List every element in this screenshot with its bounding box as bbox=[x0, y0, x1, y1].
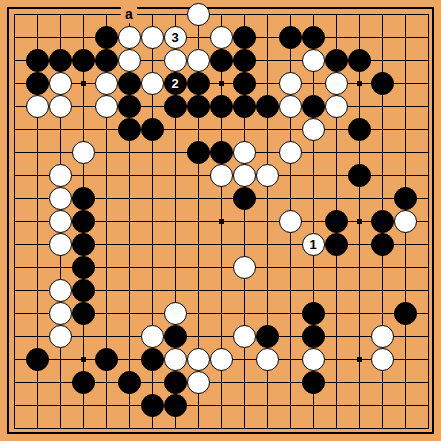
white-stone bbox=[233, 256, 256, 279]
white-stone bbox=[279, 95, 302, 118]
star-point bbox=[357, 219, 362, 224]
star-point bbox=[81, 357, 86, 362]
black-stone bbox=[95, 26, 118, 49]
black-stone bbox=[187, 72, 210, 95]
white-stone bbox=[164, 348, 187, 371]
white-stone bbox=[233, 141, 256, 164]
white-stone bbox=[141, 26, 164, 49]
white-stone bbox=[256, 348, 279, 371]
black-stone bbox=[302, 26, 325, 49]
black-stone bbox=[394, 187, 417, 210]
white-stone bbox=[118, 26, 141, 49]
black-stone bbox=[72, 256, 95, 279]
grid-line bbox=[428, 14, 429, 429]
black-stone bbox=[26, 348, 49, 371]
white-stone bbox=[164, 302, 187, 325]
black-stone bbox=[164, 394, 187, 417]
black-stone bbox=[164, 371, 187, 394]
white-stone bbox=[371, 348, 394, 371]
black-stone bbox=[95, 49, 118, 72]
black-stone bbox=[279, 26, 302, 49]
white-stone bbox=[49, 95, 72, 118]
black-stone bbox=[72, 279, 95, 302]
white-stone bbox=[141, 72, 164, 95]
black-stone bbox=[325, 49, 348, 72]
white-stone bbox=[302, 118, 325, 141]
white-stone bbox=[187, 371, 210, 394]
white-stone bbox=[118, 49, 141, 72]
black-stone bbox=[72, 49, 95, 72]
white-stone bbox=[141, 325, 164, 348]
black-stone bbox=[348, 118, 371, 141]
black-stone bbox=[302, 325, 325, 348]
black-stone bbox=[233, 72, 256, 95]
white-stone bbox=[187, 348, 210, 371]
black-stone bbox=[118, 118, 141, 141]
star-point bbox=[357, 357, 362, 362]
black-stone bbox=[210, 49, 233, 72]
grid-line bbox=[14, 405, 429, 406]
black-stone bbox=[141, 394, 164, 417]
grid-line bbox=[14, 336, 429, 337]
black-stone bbox=[394, 302, 417, 325]
white-stone bbox=[302, 49, 325, 72]
black-stone bbox=[233, 26, 256, 49]
black-stone bbox=[256, 325, 279, 348]
white-stone bbox=[210, 348, 233, 371]
black-stone bbox=[72, 371, 95, 394]
white-stone bbox=[95, 72, 118, 95]
black-stone bbox=[26, 49, 49, 72]
point-label-a: a bbox=[121, 6, 137, 23]
go-board[interactable]: a321 bbox=[0, 0, 441, 441]
black-stone bbox=[72, 210, 95, 233]
black-stone bbox=[26, 72, 49, 95]
black-stone bbox=[210, 95, 233, 118]
white-stone bbox=[302, 233, 325, 256]
white-stone bbox=[233, 325, 256, 348]
white-stone bbox=[49, 233, 72, 256]
black-stone bbox=[164, 95, 187, 118]
white-stone bbox=[279, 210, 302, 233]
white-stone bbox=[302, 348, 325, 371]
black-stone bbox=[187, 141, 210, 164]
black-stone bbox=[371, 210, 394, 233]
black-stone bbox=[49, 49, 72, 72]
black-stone bbox=[118, 95, 141, 118]
black-stone bbox=[256, 95, 279, 118]
white-stone bbox=[164, 49, 187, 72]
white-stone bbox=[279, 72, 302, 95]
black-stone bbox=[302, 371, 325, 394]
black-stone bbox=[233, 95, 256, 118]
white-stone bbox=[187, 49, 210, 72]
black-stone bbox=[118, 371, 141, 394]
white-stone bbox=[371, 325, 394, 348]
white-stone bbox=[325, 72, 348, 95]
star-point bbox=[357, 81, 362, 86]
black-stone bbox=[187, 95, 210, 118]
white-stone bbox=[325, 95, 348, 118]
black-stone bbox=[325, 233, 348, 256]
white-stone bbox=[279, 141, 302, 164]
star-point bbox=[81, 81, 86, 86]
black-stone bbox=[371, 72, 394, 95]
black-stone bbox=[72, 187, 95, 210]
black-stone bbox=[118, 72, 141, 95]
white-stone bbox=[49, 164, 72, 187]
white-stone bbox=[72, 141, 95, 164]
black-stone bbox=[302, 95, 325, 118]
white-stone bbox=[49, 279, 72, 302]
star-point bbox=[219, 219, 224, 224]
white-stone bbox=[210, 26, 233, 49]
white-stone bbox=[233, 164, 256, 187]
white-stone bbox=[187, 3, 210, 26]
black-stone bbox=[72, 233, 95, 256]
white-stone bbox=[256, 164, 279, 187]
white-stone bbox=[164, 26, 187, 49]
black-stone bbox=[348, 49, 371, 72]
black-stone bbox=[141, 118, 164, 141]
black-stone bbox=[348, 164, 371, 187]
white-stone bbox=[49, 210, 72, 233]
white-stone bbox=[49, 302, 72, 325]
black-stone bbox=[95, 348, 118, 371]
black-stone bbox=[72, 302, 95, 325]
black-stone bbox=[164, 72, 187, 95]
black-stone bbox=[233, 49, 256, 72]
black-stone bbox=[233, 187, 256, 210]
white-stone bbox=[49, 187, 72, 210]
star-point bbox=[219, 81, 224, 86]
white-stone bbox=[26, 95, 49, 118]
black-stone bbox=[141, 348, 164, 371]
black-stone bbox=[325, 210, 348, 233]
grid-line bbox=[14, 428, 429, 429]
white-stone bbox=[49, 72, 72, 95]
black-stone bbox=[164, 325, 187, 348]
black-stone bbox=[371, 233, 394, 256]
white-stone bbox=[49, 325, 72, 348]
black-stone bbox=[210, 141, 233, 164]
black-stone bbox=[302, 302, 325, 325]
white-stone bbox=[394, 210, 417, 233]
white-stone bbox=[210, 164, 233, 187]
white-stone bbox=[95, 95, 118, 118]
